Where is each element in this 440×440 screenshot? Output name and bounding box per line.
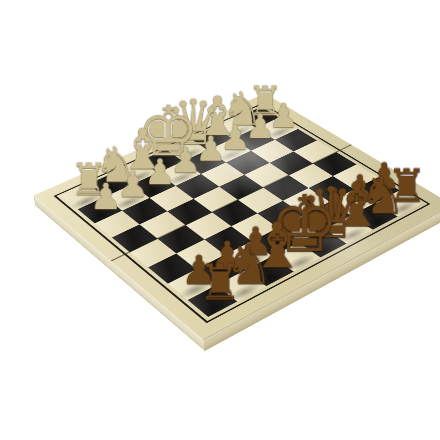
white-pawn-icon: ♟	[90, 179, 122, 215]
scene: ♜♞♝♚♛♝♞♜♟♟♟♟♟♟♟♟♟♟♟♟♟♟♟♟♜♞♝♚♛♝♞♜	[0, 0, 440, 440]
photo-background: ♜♞♝♚♛♝♞♜♟♟♟♟♟♟♟♟♟♟♟♟♟♟♟♟♜♞♝♚♛♝♞♜	[0, 0, 440, 440]
brown-rook-icon: ♜	[198, 258, 242, 307]
chess-board: ♜♞♝♚♛♝♞♜♟♟♟♟♟♟♟♟♟♟♟♟♟♟♟♟♜♞♝♚♛♝♞♜	[34, 94, 440, 340]
